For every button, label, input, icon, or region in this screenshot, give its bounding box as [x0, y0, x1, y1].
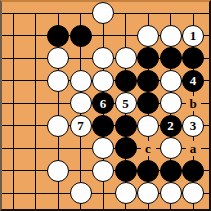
board-intersection: b	[182, 92, 205, 115]
black-stone	[137, 92, 159, 114]
white-stone	[92, 2, 114, 24]
board-intersection	[159, 182, 182, 205]
board-intersection	[137, 69, 160, 92]
white-stone: 5	[115, 92, 137, 114]
black-stone	[115, 70, 137, 92]
board-intersection: 6	[92, 92, 115, 115]
board-intersection	[47, 24, 70, 47]
black-stone	[137, 160, 159, 182]
black-stone: 6	[92, 92, 114, 114]
board-intersection	[92, 159, 115, 182]
black-stone: 4	[182, 70, 204, 92]
white-stone	[70, 92, 92, 114]
board-intersection	[182, 182, 205, 205]
board-intersection	[92, 2, 115, 25]
board-intersection	[137, 24, 160, 47]
board-intersection	[69, 69, 92, 92]
board-intersection: 1	[182, 24, 205, 47]
white-stone	[47, 160, 69, 182]
board-intersection	[114, 114, 137, 137]
white-stone	[92, 70, 114, 92]
board-intersection	[114, 159, 137, 182]
white-stone	[137, 115, 159, 137]
board-intersection	[69, 24, 92, 47]
board-intersection	[137, 92, 160, 115]
white-stone	[70, 182, 92, 204]
board-intersection	[69, 92, 92, 115]
board-intersection	[159, 24, 182, 47]
board-intersection: 7	[69, 114, 92, 137]
point-label-a: a	[186, 141, 201, 156]
board-intersection	[182, 47, 205, 70]
board-intersection	[47, 159, 70, 182]
board-intersection: 4	[182, 69, 205, 92]
board-intersection	[92, 69, 115, 92]
board-stones-layer: 1465b723ca	[2, 2, 205, 205]
board-intersection	[182, 159, 205, 182]
board-intersection: c	[137, 137, 160, 160]
white-stone	[160, 182, 182, 204]
board-intersection	[47, 69, 70, 92]
black-stone	[115, 160, 137, 182]
move-number-label: 4	[190, 74, 197, 87]
white-stone	[47, 47, 69, 69]
move-number-label: 7	[77, 119, 84, 132]
move-number-label: 3	[190, 119, 197, 132]
board-intersection	[114, 69, 137, 92]
board-intersection	[137, 114, 160, 137]
black-stone	[137, 47, 159, 69]
black-stone	[115, 137, 137, 159]
white-stone	[47, 70, 69, 92]
board-intersection	[47, 47, 70, 70]
white-stone: 3	[182, 115, 204, 137]
black-stone: 2	[160, 115, 182, 137]
black-stone	[47, 25, 69, 47]
white-stone: 7	[70, 115, 92, 137]
board-intersection	[92, 114, 115, 137]
point-label-b: b	[186, 96, 201, 111]
move-number-label: 6	[100, 97, 107, 110]
board-intersection: 3	[182, 114, 205, 137]
move-number-label: 1	[190, 29, 197, 42]
board-intersection	[159, 47, 182, 70]
board-intersection: a	[182, 137, 205, 160]
white-stone	[92, 160, 114, 182]
black-stone	[70, 25, 92, 47]
black-stone	[160, 47, 182, 69]
black-stone	[182, 47, 204, 69]
board-intersection	[159, 92, 182, 115]
white-stone	[137, 25, 159, 47]
black-stone	[115, 115, 137, 137]
black-stone	[92, 115, 114, 137]
white-stone	[160, 137, 182, 159]
board-intersection	[92, 137, 115, 160]
white-stone	[92, 47, 114, 69]
white-stone	[160, 92, 182, 114]
board-intersection	[159, 69, 182, 92]
move-number-label: 5	[122, 97, 129, 110]
black-stone	[160, 160, 182, 182]
go-board-diagram: 1465b723ca	[0, 0, 211, 211]
board-intersection	[137, 47, 160, 70]
white-stone	[115, 47, 137, 69]
white-stone	[160, 25, 182, 47]
white-stone	[47, 115, 69, 137]
white-stone	[137, 182, 159, 204]
white-stone	[160, 70, 182, 92]
white-stone: 1	[182, 25, 204, 47]
board-intersection	[92, 47, 115, 70]
white-stone	[182, 182, 204, 204]
board-intersection: 2	[159, 114, 182, 137]
board-intersection	[69, 182, 92, 205]
board-intersection	[114, 47, 137, 70]
black-stone	[137, 70, 159, 92]
white-stone	[70, 70, 92, 92]
board-intersection	[137, 182, 160, 205]
board-intersection	[159, 159, 182, 182]
move-number-label: 2	[167, 119, 174, 132]
point-label-c: c	[141, 141, 156, 156]
board-intersection	[159, 137, 182, 160]
white-stone	[92, 137, 114, 159]
board-intersection: 5	[114, 92, 137, 115]
white-stone	[115, 182, 137, 204]
board-intersection	[114, 182, 137, 205]
board-intersection	[47, 114, 70, 137]
black-stone	[182, 160, 204, 182]
board-intersection	[114, 137, 137, 160]
board-intersection	[137, 159, 160, 182]
